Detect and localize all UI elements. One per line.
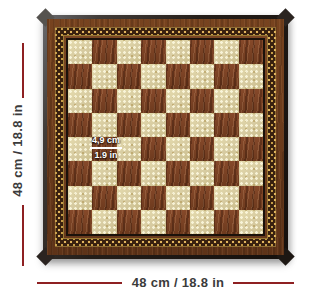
square-g4 [214,137,238,161]
square-c8 [117,40,141,64]
square-h7 [239,64,263,88]
square-d7 [141,64,165,88]
square-f5 [190,113,214,137]
square-b3 [92,161,116,185]
square-g1 [214,210,238,234]
square-g2 [214,186,238,210]
square-e3 [166,161,190,185]
square-h4 [239,137,263,161]
square-g6 [214,89,238,113]
square-f2 [190,186,214,210]
square-b8 [92,40,116,64]
square-b6 [92,89,116,113]
left-dimension-label: 48 cm / 18.8 in [10,89,25,213]
square-e4 [166,137,190,161]
bottom-dimension-line-right [233,282,294,284]
square-e6 [166,89,190,113]
square-c5 [117,113,141,137]
square-b1 [92,210,116,234]
board-black-border: 4,9 cm 1.9 in [66,38,265,236]
product-photo-canvas: 4,9 cm 1.9 in 48 cm / 18.8 in 48 cm / 18… [0,0,330,303]
chess-board: 4,9 cm 1.9 in [43,15,288,259]
square-size-cm: 4,9 cm [90,135,122,149]
square-a6 [68,89,92,113]
left-dimension-line-bottom [22,205,24,266]
square-h6 [239,89,263,113]
bottom-dimension-line-left [37,282,122,284]
square-e7 [166,64,190,88]
playfield: 4,9 cm 1.9 in [68,40,263,234]
square-c2 [117,186,141,210]
square-size-in: 1.9 in [80,150,132,161]
square-c6 [117,89,141,113]
board-inlay-border: 4,9 cm 1.9 in [55,27,276,247]
bottom-dimension-label: 48 cm / 18.8 in [128,275,228,290]
square-e8 [166,40,190,64]
square-d2 [141,186,165,210]
square-a7 [68,64,92,88]
square-e2 [166,186,190,210]
square-f3 [190,161,214,185]
square-d1 [141,210,165,234]
square-a1 [68,210,92,234]
square-b7 [92,64,116,88]
square-f1 [190,210,214,234]
square-f7 [190,64,214,88]
square-h1 [239,210,263,234]
square-c1 [117,210,141,234]
square-g7 [214,64,238,88]
square-f8 [190,40,214,64]
board-wood-frame: 4,9 cm 1.9 in [47,19,284,255]
square-d5 [141,113,165,137]
square-d3 [141,161,165,185]
board-inner-wood-gap: 4,9 cm 1.9 in [63,35,268,239]
square-g3 [214,161,238,185]
square-a8 [68,40,92,64]
square-g8 [214,40,238,64]
square-a5 [68,113,92,137]
square-e1 [166,210,190,234]
square-b5 [92,113,116,137]
square-h8 [239,40,263,64]
square-h3 [239,161,263,185]
square-c3 [117,161,141,185]
square-e5 [166,113,190,137]
square-h5 [239,113,263,137]
square-c7 [117,64,141,88]
square-a2 [68,186,92,210]
square-b2 [92,186,116,210]
square-f4 [190,137,214,161]
square-h2 [239,186,263,210]
square-d8 [141,40,165,64]
square-size-label: 4,9 cm 1.9 in [80,135,132,161]
square-d6 [141,89,165,113]
square-g5 [214,113,238,137]
square-d4 [141,137,165,161]
square-a3 [68,161,92,185]
square-f6 [190,89,214,113]
